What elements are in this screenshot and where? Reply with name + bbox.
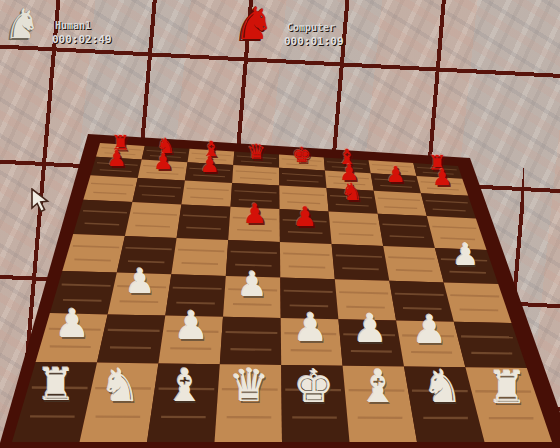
piece-red-pawn-h7[interactable]: ♟ [432, 167, 452, 189]
square-a4[interactable] [62, 234, 125, 273]
square-grain [339, 292, 388, 293]
mouse-cursor-icon [30, 188, 56, 216]
square-grain [170, 348, 211, 349]
piece-red-queen-d8[interactable]: ♛ [247, 141, 266, 162]
red-player-name: Computer [287, 22, 335, 33]
piece-white-bishop-c1[interactable]: ♝ [165, 363, 205, 408]
square-g4[interactable] [383, 246, 444, 283]
square-b5[interactable] [125, 202, 181, 238]
square-b2[interactable] [97, 314, 165, 363]
square-d2[interactable] [220, 317, 281, 365]
piece-red-knight-f6[interactable]: ♞ [341, 180, 363, 204]
square-f5[interactable] [329, 212, 384, 246]
square-grain [471, 353, 512, 354]
square-grain [62, 285, 111, 286]
piece-white-knight-b1[interactable]: ♞ [100, 363, 140, 408]
square-grain [108, 330, 160, 331]
square-grain [230, 349, 271, 350]
square-grain [450, 295, 499, 296]
square-c6[interactable] [181, 180, 232, 206]
chess-board[interactable] [0, 0, 560, 448]
square-a5[interactable] [73, 200, 132, 236]
square-e7[interactable] [279, 168, 326, 188]
square-c4[interactable] [171, 238, 228, 276]
piece-red-pawn-e5[interactable]: ♟ [293, 203, 317, 230]
square-d7[interactable] [232, 165, 279, 186]
piece-red-pawn-a7[interactable]: ♟ [107, 148, 127, 170]
piece-white-rook-a1[interactable]: ♜ [36, 362, 76, 407]
piece-white-pawn-h4[interactable]: ♟ [452, 240, 479, 270]
game-screen: ♜♞♝♛♚♝♜♟♟♟♟♟♟♞♟♟♟♟♟♟♟♟♟♟♜♞♝♛♚♝♞♜ ♞ Human… [0, 0, 560, 448]
piece-white-queen-d1[interactable]: ♛ [229, 364, 269, 409]
piece-white-pawn-a2[interactable]: ♟ [55, 304, 90, 343]
square-grain [50, 346, 91, 347]
square-grain [110, 347, 151, 348]
piece-red-pawn-d5[interactable]: ♟ [242, 201, 266, 228]
piece-white-bishop-f1[interactable]: ♝ [358, 364, 398, 409]
square-grain [351, 351, 392, 352]
square-e4[interactable] [280, 242, 335, 279]
square-grain [396, 270, 432, 271]
square-grain [411, 352, 452, 353]
red-knight-icon: ♞ [234, 1, 274, 46]
square-grain [342, 268, 378, 269]
white-player-clock: 000:02:49 [52, 33, 112, 46]
square-a6[interactable] [83, 175, 137, 202]
square-grain [289, 266, 325, 267]
piece-red-pawn-c7[interactable]: ♟ [200, 153, 220, 175]
square-grain [74, 259, 110, 260]
square-grain [460, 309, 499, 310]
piece-white-knight-g1[interactable]: ♞ [423, 365, 463, 410]
square-grain [182, 263, 218, 264]
square-grain [449, 272, 485, 273]
square-grain [461, 336, 513, 337]
piece-white-king-e1[interactable]: ♚ [294, 364, 334, 409]
square-grain [173, 288, 222, 289]
square-grain [395, 294, 444, 295]
piece-white-pawn-d3[interactable]: ♟ [237, 267, 267, 301]
square-grain [291, 350, 332, 351]
square-h6[interactable] [421, 193, 476, 218]
square-grain [284, 291, 333, 292]
piece-white-pawn-c2[interactable]: ♟ [174, 306, 209, 345]
square-f4[interactable] [332, 244, 390, 281]
piece-red-pawn-g7[interactable]: ♟ [386, 164, 406, 186]
square-g6[interactable] [374, 191, 427, 216]
piece-white-pawn-f2[interactable]: ♟ [353, 309, 388, 348]
square-c5[interactable] [177, 205, 231, 240]
white-knight-icon: ♞ [4, 4, 41, 45]
square-b6[interactable] [132, 178, 185, 205]
piece-white-pawn-g2[interactable]: ♟ [412, 310, 447, 349]
piece-white-pawn-b3[interactable]: ♟ [125, 264, 155, 298]
white-player-name: Human1 [55, 20, 91, 31]
square-grain [226, 332, 278, 333]
piece-white-rook-h1[interactable]: ♜ [487, 365, 527, 410]
red-player-clock: 000:01:09 [284, 35, 344, 48]
square-g5[interactable] [378, 214, 435, 248]
square-grain [120, 301, 159, 302]
piece-red-pawn-b7[interactable]: ♟ [153, 151, 173, 173]
piece-white-pawn-e2[interactable]: ♟ [293, 308, 328, 347]
piece-red-king-e8[interactable]: ♚ [292, 144, 311, 165]
